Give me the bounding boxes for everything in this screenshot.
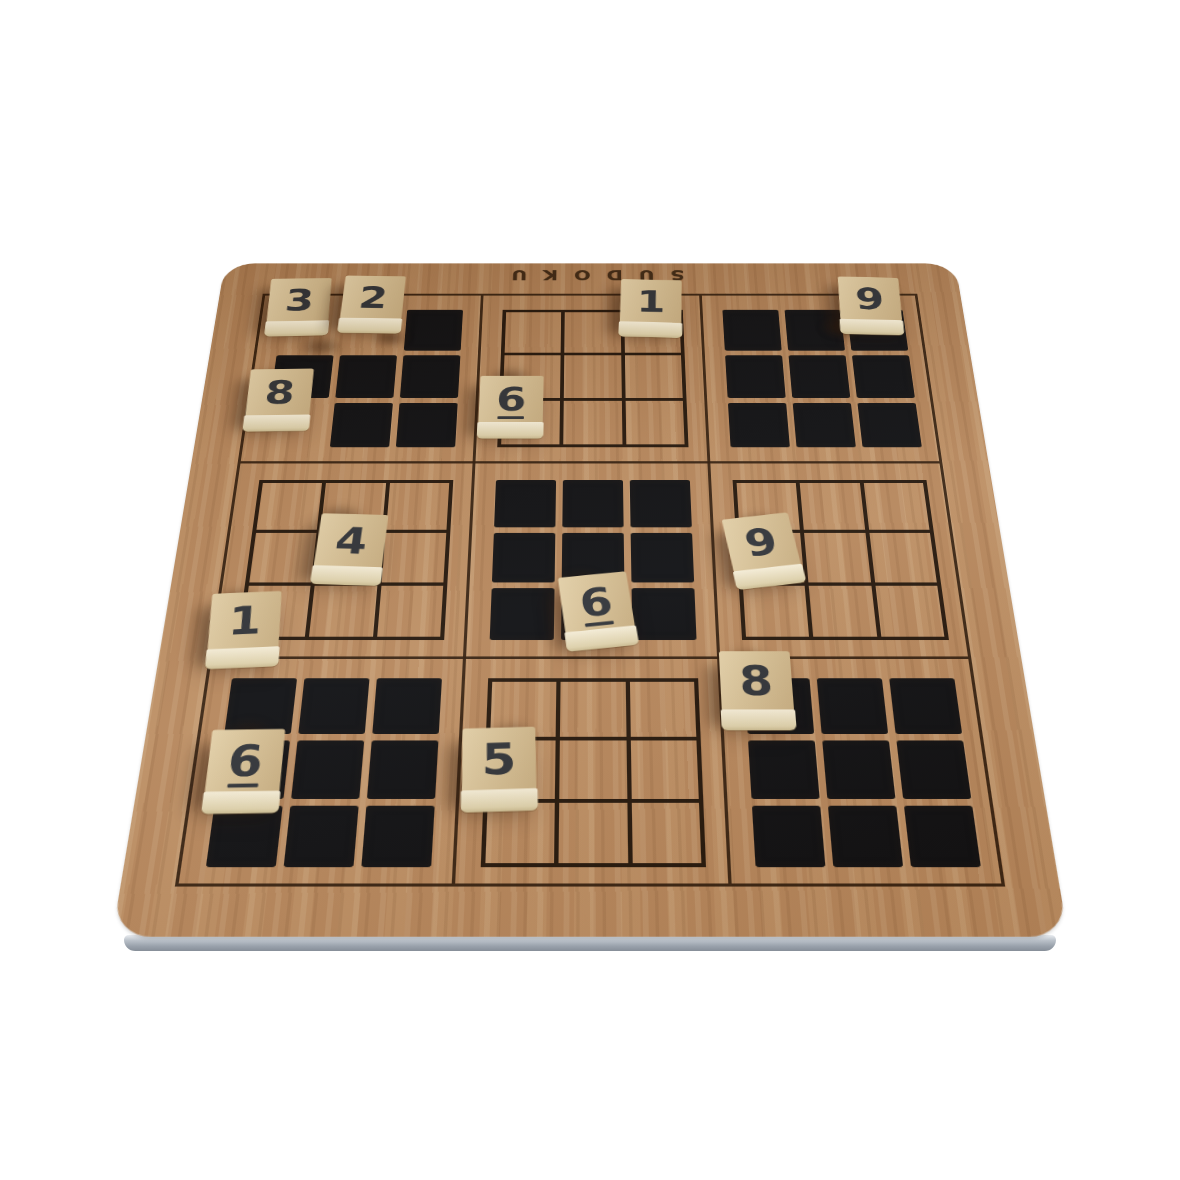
tile-digit: 8 [263, 376, 297, 408]
cell-r7-c1[interactable] [224, 678, 297, 734]
cell-r7-c5[interactable] [558, 680, 628, 739]
cell-r8-c3[interactable] [367, 740, 438, 798]
cell-r5-c9[interactable] [867, 532, 939, 584]
tile-digit: 6 [577, 582, 615, 623]
cell-r4-c3[interactable] [384, 481, 452, 531]
cell-r6-c3[interactable] [375, 584, 446, 639]
cell-r6-c6[interactable] [632, 588, 697, 640]
box-top-right [702, 296, 945, 464]
number-tile-9-r5c7[interactable]: 9 [722, 512, 802, 573]
cell-r6-c4[interactable] [490, 588, 555, 640]
cell-r9-c9[interactable] [904, 806, 981, 867]
tile-digit: 3 [284, 285, 316, 315]
cell-r1-c3[interactable] [404, 310, 463, 351]
number-tile-8-r2c1[interactable]: 8 [245, 369, 314, 417]
cell-r8-c5[interactable] [557, 739, 629, 801]
number-tile-3-r1c1[interactable]: 3 [267, 278, 332, 323]
cell-r6-c2[interactable] [307, 584, 379, 639]
cell-r3-c3[interactable] [396, 403, 458, 447]
tile-digit: 1 [227, 601, 263, 641]
cell-r4-c8[interactable] [798, 481, 867, 531]
number-tile-6-r8c1[interactable]: 6 [205, 729, 286, 794]
cell-r7-c3[interactable] [372, 678, 442, 734]
number-tile-4-r5c2[interactable]: 4 [314, 513, 389, 569]
cell-r7-c2[interactable] [298, 678, 369, 734]
cell-r8-c9[interactable] [896, 740, 971, 798]
cell-r8-c2[interactable] [291, 740, 364, 798]
cell-r8-c7[interactable] [748, 740, 820, 798]
tile-digit: 6 [496, 383, 527, 415]
cell-r4-c1[interactable] [254, 481, 324, 531]
cell-r4-c5[interactable] [562, 480, 623, 527]
cell-r9-c8[interactable] [828, 806, 903, 867]
number-tile-1-r1c6[interactable]: 1 [620, 279, 682, 324]
tile-digit: 5 [482, 737, 517, 781]
cell-r6-c9[interactable] [873, 584, 947, 639]
tile-digit: 9 [741, 523, 781, 563]
cell-r3-c7[interactable] [728, 403, 790, 447]
tile-digit: 8 [738, 661, 774, 702]
cell-r7-c8[interactable] [817, 678, 888, 734]
cell-r2-c8[interactable] [789, 355, 851, 398]
cell-r1-c5[interactable] [563, 311, 623, 354]
number-tile-6-r6c5[interactable]: 6 [558, 571, 635, 634]
cell-r9-c5[interactable] [557, 801, 631, 866]
number-tile-2-r1c2[interactable]: 2 [340, 276, 406, 320]
number-tile-8-r7c7[interactable]: 8 [719, 651, 794, 711]
cell-r1-c7[interactable] [722, 310, 781, 351]
cell-r3-c6[interactable] [623, 399, 686, 446]
cell-r1-c8[interactable] [785, 310, 845, 351]
board-thickness-edge [124, 935, 1056, 951]
cell-r5-c1[interactable] [247, 532, 319, 584]
cell-r2-c9[interactable] [852, 355, 915, 398]
cell-r4-c6[interactable] [630, 480, 692, 527]
tile-digit: 6 [226, 739, 265, 783]
tile-digit: 4 [333, 522, 370, 559]
number-tile-6-r2c4[interactable]: 6 [478, 376, 543, 424]
cell-r9-c1[interactable] [206, 806, 283, 867]
cell-r9-c7[interactable] [752, 806, 826, 867]
cell-r3-c9[interactable] [857, 403, 921, 447]
number-tile-1-r6c1[interactable]: 1 [208, 591, 282, 651]
cell-r2-c6[interactable] [623, 354, 685, 399]
photo-canvas: SUDOKU 3281694169658 [0, 0, 1180, 1180]
cell-r9-c2[interactable] [284, 806, 359, 867]
cell-r5-c6[interactable] [631, 533, 695, 583]
number-tile-9-r1c9[interactable]: 9 [838, 276, 902, 321]
cell-r5-c4[interactable] [492, 533, 555, 583]
cell-r2-c7[interactable] [725, 355, 786, 398]
cell-r3-c2[interactable] [330, 403, 393, 447]
number-tile-5-r8c4[interactable]: 5 [462, 727, 537, 793]
cell-r9-c6[interactable] [629, 801, 703, 866]
cell-r7-c6[interactable] [627, 680, 698, 739]
cell-r2-c3[interactable] [400, 355, 460, 398]
cell-r2-c5[interactable] [562, 354, 623, 399]
cell-r9-c3[interactable] [361, 806, 434, 867]
cell-r6-c7[interactable] [741, 584, 812, 639]
cell-r8-c8[interactable] [822, 740, 895, 798]
cell-r6-c8[interactable] [807, 584, 879, 639]
cell-r7-c9[interactable] [889, 678, 962, 734]
cell-r5-c3[interactable] [379, 532, 448, 584]
cell-r8-c6[interactable] [628, 739, 701, 801]
cell-r4-c4[interactable] [494, 480, 556, 527]
cell-r5-c8[interactable] [802, 532, 873, 584]
tile-digit: 9 [854, 284, 885, 314]
tile-digit: 2 [357, 283, 389, 313]
cell-r2-c2[interactable] [335, 355, 397, 398]
cell-r1-c4[interactable] [503, 311, 564, 354]
cell-r3-c8[interactable] [793, 403, 856, 447]
cell-r3-c5[interactable] [562, 399, 624, 446]
cell-r4-c9[interactable] [861, 481, 931, 531]
board: SUDOKU 3281694169658 [112, 263, 1068, 936]
tile-digit: 1 [636, 286, 665, 316]
